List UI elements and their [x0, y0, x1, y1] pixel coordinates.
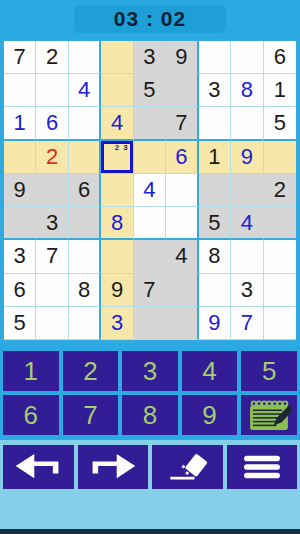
- cell-r1c5[interactable]: 3: [134, 41, 166, 74]
- selected-cell[interactable]: 23: [101, 141, 133, 174]
- cell-r3c2[interactable]: 6: [36, 107, 68, 140]
- cell-r6c8[interactable]: 4: [231, 207, 263, 240]
- numpad-7[interactable]: 7: [63, 395, 119, 435]
- cell-r1c9[interactable]: 6: [264, 41, 296, 74]
- notepad-pencil-icon: [247, 398, 291, 432]
- cell-r6c4[interactable]: 8: [101, 207, 133, 240]
- cell-r8c1[interactable]: 6: [4, 274, 36, 307]
- sudoku-app: 03 : 02 72396453811647522361996423854374…: [0, 0, 300, 534]
- eraser-icon: [161, 450, 213, 484]
- cell-r2c9[interactable]: 1: [264, 74, 296, 107]
- cell-r6c7[interactable]: 5: [199, 207, 231, 240]
- cell-r9c1[interactable]: 5: [4, 307, 36, 340]
- undo-button[interactable]: [3, 445, 74, 489]
- redo-button[interactable]: [78, 445, 149, 489]
- cell-r4c6[interactable]: 6: [166, 141, 198, 174]
- bottom-space: [0, 489, 300, 529]
- cell-r5c4[interactable]: [101, 174, 133, 207]
- notes-button[interactable]: [241, 395, 297, 435]
- cell-r9c9[interactable]: [264, 307, 296, 340]
- numpad-row-1: 12345: [3, 351, 297, 391]
- cell-r9c5[interactable]: [134, 307, 166, 340]
- cell-r7c5[interactable]: [134, 240, 166, 273]
- cell-r5c5[interactable]: 4: [134, 174, 166, 207]
- numpad-8[interactable]: 8: [122, 395, 178, 435]
- cell-r5c1[interactable]: 9: [4, 174, 36, 207]
- sudoku-board: 7239645381164752236199642385437486897353…: [2, 39, 298, 342]
- pencil-notes: 23: [104, 144, 129, 170]
- number-pad: 12345 6789: [0, 344, 300, 440]
- left-arrow-icon: [12, 450, 64, 484]
- cell-r1c6[interactable]: 9: [166, 41, 198, 74]
- cell-r4c3[interactable]: [69, 141, 101, 174]
- cell-r2c8[interactable]: 8: [231, 74, 263, 107]
- cell-r8c3[interactable]: 8: [69, 274, 101, 307]
- cell-r6c5[interactable]: [134, 207, 166, 240]
- cell-r5c9[interactable]: 2: [264, 174, 296, 207]
- cell-r7c4[interactable]: [101, 240, 133, 273]
- cell-r2c1[interactable]: [4, 74, 36, 107]
- timer[interactable]: 03 : 02: [74, 5, 226, 33]
- cell-r3c8[interactable]: [231, 107, 263, 140]
- cell-r9c7[interactable]: 9: [199, 307, 231, 340]
- cell-r7c7[interactable]: 8: [199, 240, 231, 273]
- cell-r6c1[interactable]: [4, 207, 36, 240]
- cell-r3c4[interactable]: 4: [101, 107, 133, 140]
- cell-r8c8[interactable]: 3: [231, 274, 263, 307]
- cell-r8c4[interactable]: 9: [101, 274, 133, 307]
- cell-r2c7[interactable]: 3: [199, 74, 231, 107]
- cell-r1c7[interactable]: [199, 41, 231, 74]
- cell-r4c9[interactable]: [264, 141, 296, 174]
- cell-r5c3[interactable]: 6: [69, 174, 101, 207]
- cell-r3c1[interactable]: 1: [4, 107, 36, 140]
- numpad-row-2: 6789: [3, 395, 297, 435]
- cell-r2c3[interactable]: 4: [69, 74, 101, 107]
- cell-r7c9[interactable]: [264, 240, 296, 273]
- cell-r1c2[interactable]: 2: [36, 41, 68, 74]
- cell-r1c3[interactable]: [69, 41, 101, 74]
- cell-r5c6[interactable]: [166, 174, 198, 207]
- cell-r9c2[interactable]: [36, 307, 68, 340]
- cell-r3c9[interactable]: 5: [264, 107, 296, 140]
- cell-r7c1[interactable]: 3: [4, 240, 36, 273]
- cell-r2c4[interactable]: [101, 74, 133, 107]
- cell-r5c7[interactable]: [199, 174, 231, 207]
- cell-r8c9[interactable]: [264, 274, 296, 307]
- cell-r3c3[interactable]: [69, 107, 101, 140]
- cell-r1c1[interactable]: 7: [4, 41, 36, 74]
- numpad-4[interactable]: 4: [182, 351, 238, 391]
- cell-r7c2[interactable]: 7: [36, 240, 68, 273]
- cell-r1c4[interactable]: [101, 41, 133, 74]
- cell-r9c4[interactable]: 3: [101, 307, 133, 340]
- cell-r3c5[interactable]: [134, 107, 166, 140]
- cell-r5c2[interactable]: [36, 174, 68, 207]
- cell-r2c5[interactable]: 5: [134, 74, 166, 107]
- right-arrow-icon: [87, 450, 139, 484]
- header: 03 : 02: [0, 0, 300, 38]
- cell-r8c7[interactable]: [199, 274, 231, 307]
- cell-r2c6[interactable]: [166, 74, 198, 107]
- cell-r6c6[interactable]: [166, 207, 198, 240]
- cell-r9c6[interactable]: [166, 307, 198, 340]
- numpad-1[interactable]: 1: [3, 351, 59, 391]
- cell-r7c3[interactable]: [69, 240, 101, 273]
- cell-r7c8[interactable]: [231, 240, 263, 273]
- menu-button[interactable]: [227, 445, 298, 489]
- cell-r4c7[interactable]: 1: [199, 141, 231, 174]
- cell-r9c3[interactable]: [69, 307, 101, 340]
- numpad-9[interactable]: 9: [182, 395, 238, 435]
- cell-r3c7[interactable]: [199, 107, 231, 140]
- cell-r8c6[interactable]: [166, 274, 198, 307]
- toolbar: [0, 440, 300, 489]
- bottom-edge-bar: [0, 529, 300, 534]
- cell-r4c1[interactable]: [4, 141, 36, 174]
- cell-r1c8[interactable]: [231, 41, 263, 74]
- numpad-6[interactable]: 6: [3, 395, 59, 435]
- cell-r5c8[interactable]: [231, 174, 263, 207]
- cell-r3c6[interactable]: 7: [166, 107, 198, 140]
- cell-r6c2[interactable]: 3: [36, 207, 68, 240]
- numpad-3[interactable]: 3: [122, 351, 178, 391]
- erase-button[interactable]: [152, 445, 223, 489]
- cell-r6c9[interactable]: [264, 207, 296, 240]
- cell-r2c2[interactable]: [36, 74, 68, 107]
- cell-r6c3[interactable]: [69, 207, 101, 240]
- cell-r8c5[interactable]: 7: [134, 274, 166, 307]
- hamburger-menu-icon: [238, 450, 286, 484]
- toolbar-section: [0, 440, 300, 534]
- cell-r9c8[interactable]: 7: [231, 307, 263, 340]
- cell-r8c2[interactable]: [36, 274, 68, 307]
- numpad-2[interactable]: 2: [63, 351, 119, 391]
- cell-r7c6[interactable]: 4: [166, 240, 198, 273]
- cell-r4c5[interactable]: [134, 141, 166, 174]
- board-wrap: 7239645381164752236199642385437486897353…: [0, 38, 300, 344]
- cell-r4c8[interactable]: 9: [231, 141, 263, 174]
- numpad-5[interactable]: 5: [241, 351, 297, 391]
- cell-r4c2[interactable]: 2: [36, 141, 68, 174]
